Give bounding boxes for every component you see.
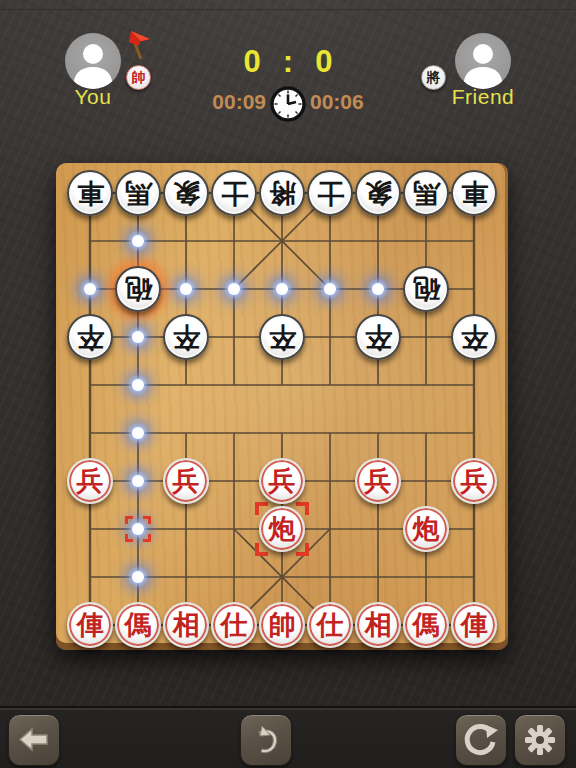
red-piece-傌[interactable]: 傌	[403, 602, 449, 648]
top-seam-divider	[0, 9, 576, 11]
move-hint-dot[interactable]	[276, 283, 288, 295]
red-piece-傌[interactable]: 傌	[115, 602, 161, 648]
gear-icon: (function(){ var g=document.getElementBy…	[522, 722, 558, 758]
piece-glyph: 馬	[413, 175, 440, 211]
piece-glyph: 士	[221, 175, 248, 211]
settings-button[interactable]: (function(){ var g=document.getElementBy…	[514, 714, 566, 766]
redo-circular-arrow-icon	[462, 721, 500, 759]
move-hint-dot[interactable]	[84, 283, 96, 295]
side-badge-red: 帥	[126, 65, 151, 90]
piece-glyph: 將	[269, 175, 296, 211]
piece-glyph: 俥	[461, 607, 488, 643]
undo-button[interactable]	[240, 714, 292, 766]
red-piece-兵[interactable]: 兵	[355, 458, 401, 504]
piece-glyph: 相	[365, 607, 392, 643]
redo-button[interactable]	[455, 714, 507, 766]
black-piece-馬[interactable]: 馬	[403, 170, 449, 216]
move-hint-dot[interactable]	[132, 331, 144, 343]
person-icon	[65, 33, 121, 89]
move-hint-dot[interactable]	[132, 379, 144, 391]
piece-glyph: 炮	[413, 511, 440, 547]
back-button[interactable]	[8, 714, 60, 766]
piece-glyph: 兵	[77, 463, 104, 499]
red-piece-仕[interactable]: 仕	[307, 602, 353, 648]
red-piece-兵[interactable]: 兵	[259, 458, 305, 504]
red-piece-俥[interactable]: 俥	[451, 602, 497, 648]
back-arrow-icon	[17, 723, 51, 757]
undo-arrow-icon	[248, 722, 284, 758]
red-piece-炮[interactable]: 炮	[403, 506, 449, 552]
black-piece-車[interactable]: 車	[451, 170, 497, 216]
piece-glyph: 兵	[365, 463, 392, 499]
piece-glyph: 卒	[365, 319, 392, 355]
piece-glyph: 兵	[461, 463, 488, 499]
red-piece-仕[interactable]: 仕	[211, 602, 257, 648]
piece-glyph: 卒	[77, 319, 104, 355]
black-piece-車[interactable]: 車	[67, 170, 113, 216]
piece-glyph: 象	[365, 175, 392, 211]
piece-glyph: 兵	[269, 463, 296, 499]
red-piece-兵[interactable]: 兵	[67, 458, 113, 504]
red-piece-兵[interactable]: 兵	[163, 458, 209, 504]
clock-icon	[269, 85, 307, 127]
score-separator: :	[283, 44, 293, 79]
black-piece-卒[interactable]: 卒	[163, 314, 209, 360]
piece-glyph: 炮	[269, 511, 296, 547]
timer-left: 00:09	[196, 90, 266, 114]
black-piece-士[interactable]: 士	[211, 170, 257, 216]
piece-glyph: 相	[173, 607, 200, 643]
piece-glyph: 傌	[413, 607, 440, 643]
move-hint-dot[interactable]	[228, 283, 240, 295]
piece-glyph: 馬	[125, 175, 152, 211]
score-right: 0	[315, 44, 332, 79]
piece-glyph: 砲	[413, 271, 440, 307]
score-left: 0	[244, 44, 261, 79]
person-icon	[455, 33, 511, 89]
red-piece-俥[interactable]: 俥	[67, 602, 113, 648]
red-piece-帥[interactable]: 帥	[259, 602, 305, 648]
black-piece-砲[interactable]: 砲	[115, 266, 161, 312]
piece-glyph: 兵	[173, 463, 200, 499]
avatar-friend[interactable]	[455, 33, 511, 89]
black-piece-卒[interactable]: 卒	[451, 314, 497, 360]
piece-glyph: 帥	[269, 607, 296, 643]
move-hint-dot[interactable]	[132, 235, 144, 247]
red-piece-兵[interactable]: 兵	[451, 458, 497, 504]
piece-layer: 車馬象士將士象馬車砲砲卒卒卒卒卒兵兵兵兵兵炮炮俥傌相仕帥仕相傌俥	[56, 163, 508, 650]
piece-glyph: 砲	[125, 271, 152, 307]
black-piece-砲[interactable]: 砲	[403, 266, 449, 312]
xiangqi-board[interactable]: 車馬象士將士象馬車砲砲卒卒卒卒卒兵兵兵兵兵炮炮俥傌相仕帥仕相傌俥	[56, 163, 508, 650]
bottom-toolbar: (function(){ var g=document.getElementBy…	[0, 706, 576, 768]
piece-glyph: 俥	[77, 607, 104, 643]
player-name-friend: Friend	[423, 85, 543, 109]
piece-glyph: 車	[461, 175, 488, 211]
piece-glyph: 卒	[269, 319, 296, 355]
black-piece-卒[interactable]: 卒	[67, 314, 113, 360]
black-piece-將[interactable]: 將	[259, 170, 305, 216]
piece-glyph: 傌	[125, 607, 152, 643]
piece-glyph: 卒	[461, 319, 488, 355]
score: 0:0	[208, 44, 368, 80]
move-hint-dot[interactable]	[180, 283, 192, 295]
black-piece-象[interactable]: 象	[355, 170, 401, 216]
piece-glyph: 仕	[221, 607, 248, 643]
last-move-origin-marker	[125, 516, 151, 542]
avatar-you[interactable]	[65, 33, 121, 89]
piece-glyph: 象	[173, 175, 200, 211]
red-piece-相[interactable]: 相	[163, 602, 209, 648]
move-hint-dot[interactable]	[132, 475, 144, 487]
move-hint-dot[interactable]	[132, 571, 144, 583]
red-flag-icon	[122, 28, 152, 66]
piece-glyph: 卒	[173, 319, 200, 355]
black-piece-卒[interactable]: 卒	[259, 314, 305, 360]
piece-glyph: 仕	[317, 607, 344, 643]
move-hint-dot[interactable]	[372, 283, 384, 295]
red-piece-炮[interactable]: 炮	[259, 506, 305, 552]
xiangqi-app: { "game": "xiangqi", "position": { "fen"…	[0, 0, 576, 768]
red-piece-相[interactable]: 相	[355, 602, 401, 648]
move-hint-dot[interactable]	[132, 427, 144, 439]
piece-glyph: 車	[77, 175, 104, 211]
black-piece-象[interactable]: 象	[163, 170, 209, 216]
black-piece-卒[interactable]: 卒	[355, 314, 401, 360]
black-piece-士[interactable]: 士	[307, 170, 353, 216]
black-piece-馬[interactable]: 馬	[115, 170, 161, 216]
move-hint-dot[interactable]	[324, 283, 336, 295]
timer-right: 00:06	[310, 90, 380, 114]
piece-glyph: 士	[317, 175, 344, 211]
